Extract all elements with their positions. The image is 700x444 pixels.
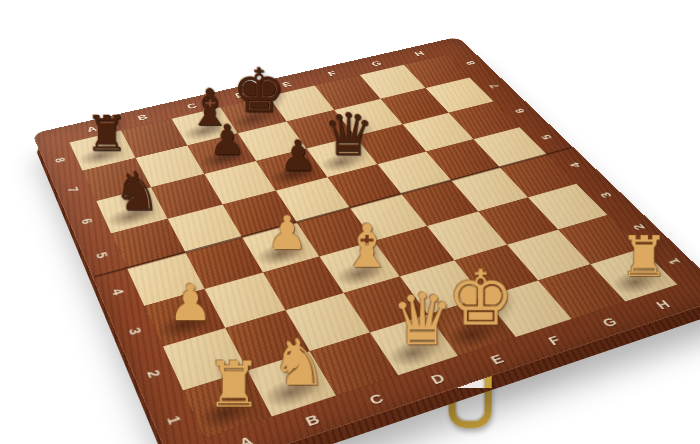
piece-black-rook-a8: ♜ — [85, 109, 128, 158]
square-a6: ♞ — [96, 187, 168, 233]
piece-black-knight-a6: ♞ — [112, 165, 160, 219]
piece-black-queen-e6: ♛ — [322, 106, 373, 165]
photo-scene: ABCDEFGH ABCDEFGH 87654321 87654321 ♜♝♚♟… — [0, 0, 700, 444]
piece-white-pawn-c4: ♟ — [266, 210, 307, 257]
product-photo-stage: ABCDEFGH ABCDEFGH 87654321 87654321 ♜♝♚♟… — [0, 0, 700, 444]
piece-white-king-e1: ♚ — [446, 260, 514, 337]
piece-white-queen-d1: ♛ — [391, 285, 454, 356]
piece-white-bishop-d3: ♝ — [340, 217, 392, 277]
chess-board: ABCDEFGH ABCDEFGH 87654321 87654321 ♜♝♚♟… — [32, 37, 700, 444]
piece-black-king-d8: ♚ — [232, 61, 286, 122]
piece-white-pawn-a3: ♟ — [168, 278, 212, 328]
piece-white-rook-a1: ♜ — [206, 353, 262, 416]
piece-black-pawn-c7: ♟ — [208, 119, 245, 161]
piece-white-knight-b1: ♞ — [270, 331, 327, 395]
piece-white-rook-h1: ♜ — [619, 229, 668, 285]
square-g3 — [478, 197, 558, 244]
piece-black-pawn-d6: ♟ — [278, 134, 316, 177]
